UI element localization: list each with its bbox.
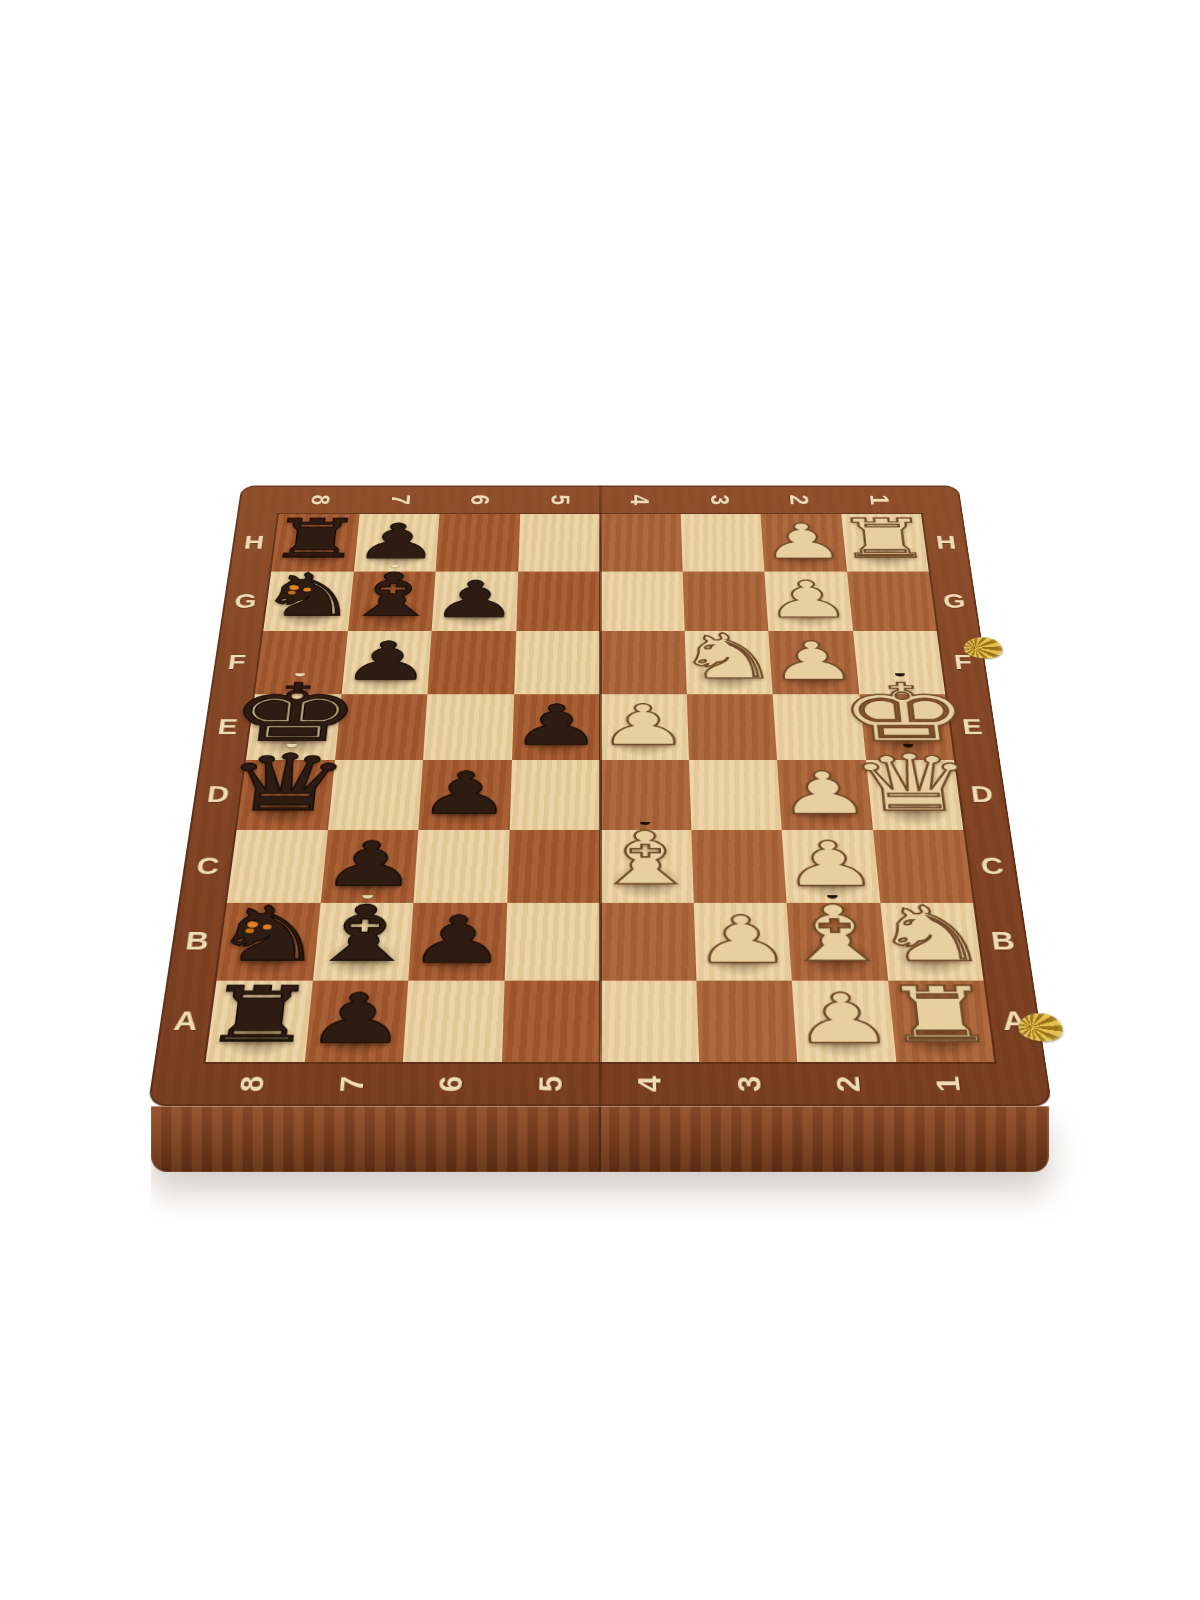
piece-shadow (788, 793, 863, 827)
piece-slot-b6: ♟ (408, 903, 506, 980)
piece-slot-b8: ♞ (217, 903, 321, 980)
piece-slot-e4: ♟ (600, 694, 689, 760)
piece-shadow (878, 793, 954, 827)
square-b3 (693, 903, 791, 980)
chessboard: HGFEDCBA HGFEDCBA 87654321 87654321 ♜♟♟♜… (148, 486, 1053, 1107)
piece-white-pawn-b3: ♟ (667, 860, 820, 972)
piece-shadow (428, 793, 502, 827)
piece-slot-g2: ♟ (764, 571, 852, 631)
piece-white-pawn-c2: ♟ (758, 786, 907, 895)
piece-shadow (227, 939, 308, 977)
piece-shadow (793, 864, 870, 900)
file-right-label-G: G (929, 571, 981, 631)
piece-black-pawn-c7: ♟ (293, 786, 442, 895)
piece-shadow (322, 939, 401, 977)
piece-black-pawn-b6: ♟ (380, 860, 533, 972)
piece-shadow (609, 864, 684, 900)
piece-shadow (314, 1019, 396, 1059)
square-a5 (501, 980, 600, 1062)
square-a4 (600, 980, 699, 1062)
board-front-edge (151, 1106, 1049, 1172)
piece-slot-d8: ♛ (237, 760, 335, 830)
piece-slot-a7: ♟ (304, 980, 408, 1062)
square-b5 (504, 903, 600, 980)
square-a1 (888, 980, 995, 1062)
square-a7 (304, 980, 408, 1062)
piece-shadow (893, 939, 974, 977)
piece-slot-h1: ♜ (841, 514, 929, 571)
square-b6 (408, 903, 506, 980)
front-edge-seam (599, 1106, 601, 1172)
piece-shadow (330, 864, 407, 900)
piece-slot-d1: ♛ (866, 760, 964, 830)
square-b1 (880, 903, 984, 980)
square-b4 (600, 903, 696, 980)
piece-white-pawn-a2: ♟ (767, 938, 924, 1054)
product-photo-background: HGFEDCBA HGFEDCBA 87654321 87654321 ♜♟♟♜… (0, 0, 1200, 1600)
piece-slot-b1: ♞ (880, 903, 984, 980)
piece-slot-a8: ♜ (206, 980, 313, 1062)
piece-black-pawn-a7: ♟ (276, 938, 433, 1054)
square-a6 (403, 980, 504, 1062)
piece-slot-b2: ♝ (787, 903, 888, 980)
square-a3 (696, 980, 797, 1062)
piece-slot-d6: ♟ (418, 760, 511, 830)
piece-black-bishop-b7: ♝ (285, 838, 438, 972)
piece-shadow (804, 1019, 886, 1059)
square-a8 (206, 980, 313, 1062)
square-b8 (217, 903, 321, 980)
piece-shadow (246, 793, 322, 827)
piece-shadow (216, 1019, 299, 1059)
square-b7 (312, 903, 413, 980)
piece-slot-b3: ♟ (693, 903, 791, 980)
piece-shadow (901, 1019, 984, 1059)
file-right-label-B: B (973, 903, 1033, 980)
piece-slot-a2: ♟ (792, 980, 896, 1062)
square-a2 (792, 980, 896, 1062)
piece-white-bishop-b2: ♝ (763, 838, 916, 972)
piece-shadow (418, 939, 496, 977)
piece-slot-g6: ♟ (432, 571, 518, 631)
piece-slot-b7: ♝ (312, 903, 413, 980)
square-b2 (787, 903, 888, 980)
chessboard-scene: HGFEDCBA HGFEDCBA 87654321 87654321 ♜♟♟♜… (200, 360, 1000, 1160)
piece-shadow (704, 939, 782, 977)
piece-shadow (798, 939, 877, 977)
piece-slot-a1: ♜ (888, 980, 995, 1062)
